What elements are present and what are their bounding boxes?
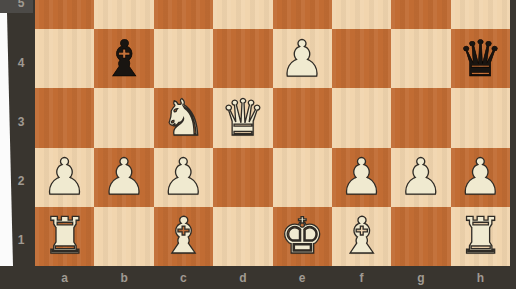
white-pawn[interactable]: ♟ [161, 149, 206, 205]
white-pawn[interactable]: ♟ [102, 149, 147, 205]
square-d1[interactable] [213, 207, 272, 266]
square-h2[interactable]: ♟ [451, 148, 510, 207]
white-bishop[interactable]: ♝ [339, 208, 384, 264]
square-c3[interactable]: ♞ [154, 88, 213, 147]
rank-label-4: 4 [7, 56, 35, 70]
square-e5[interactable] [273, 0, 332, 29]
square-f3[interactable] [332, 88, 391, 147]
square-a4[interactable] [35, 29, 94, 88]
square-d3[interactable]: ♛ [213, 88, 272, 147]
square-g4[interactable] [391, 29, 450, 88]
rank-label-5: 5 [7, 0, 35, 10]
square-g2[interactable]: ♟ [391, 148, 450, 207]
chess-app: ♝♟♛♞♛♟♟♟♟♟♟♜♝♚♝♜ 54321 abcdefgh [0, 0, 516, 289]
square-e3[interactable] [273, 88, 332, 147]
square-h4[interactable]: ♛ [451, 29, 510, 88]
white-pawn[interactable]: ♟ [42, 149, 87, 205]
rank-label-3: 3 [7, 115, 35, 129]
white-pawn[interactable]: ♟ [399, 149, 444, 205]
white-rook[interactable]: ♜ [458, 208, 503, 264]
square-b5[interactable] [94, 0, 153, 29]
white-queen[interactable]: ♛ [220, 90, 265, 146]
white-rook[interactable]: ♜ [42, 208, 87, 264]
black-queen[interactable]: ♛ [458, 31, 503, 87]
rank-label-1: 1 [7, 233, 35, 247]
board: ♝♟♛♞♛♟♟♟♟♟♟♜♝♚♝♜ [35, 0, 510, 266]
file-label-c: c [154, 271, 213, 285]
square-a2[interactable]: ♟ [35, 148, 94, 207]
square-a5[interactable] [35, 0, 94, 29]
white-pawn[interactable]: ♟ [458, 149, 503, 205]
file-label-e: e [273, 271, 332, 285]
file-label-h: h [451, 271, 510, 285]
square-g5[interactable] [391, 0, 450, 29]
square-f5[interactable] [332, 0, 391, 29]
square-b3[interactable] [94, 88, 153, 147]
square-a3[interactable] [35, 88, 94, 147]
black-bishop[interactable]: ♝ [102, 31, 147, 87]
square-d4[interactable] [213, 29, 272, 88]
square-c5[interactable] [154, 0, 213, 29]
square-f2[interactable]: ♟ [332, 148, 391, 207]
white-bishop[interactable]: ♝ [161, 208, 206, 264]
square-a1[interactable]: ♜ [35, 207, 94, 266]
square-h5[interactable] [451, 0, 510, 29]
square-b2[interactable]: ♟ [94, 148, 153, 207]
square-c2[interactable]: ♟ [154, 148, 213, 207]
white-knight[interactable]: ♞ [161, 90, 206, 146]
file-label-g: g [391, 271, 450, 285]
square-e1[interactable]: ♚ [273, 207, 332, 266]
file-coordinates: abcdefgh [35, 266, 510, 289]
square-f1[interactable]: ♝ [332, 207, 391, 266]
square-b1[interactable] [94, 207, 153, 266]
square-g1[interactable] [391, 207, 450, 266]
rank-label-2: 2 [7, 174, 35, 188]
square-h3[interactable] [451, 88, 510, 147]
square-c4[interactable] [154, 29, 213, 88]
right-edge-strip [510, 0, 516, 289]
white-king[interactable]: ♚ [280, 208, 325, 264]
file-label-a: a [35, 271, 94, 285]
square-g3[interactable] [391, 88, 450, 147]
square-d2[interactable] [213, 148, 272, 207]
file-label-d: d [213, 271, 272, 285]
white-pawn[interactable]: ♟ [280, 31, 325, 87]
square-c1[interactable]: ♝ [154, 207, 213, 266]
square-e4[interactable]: ♟ [273, 29, 332, 88]
white-pawn[interactable]: ♟ [339, 149, 384, 205]
square-e2[interactable] [273, 148, 332, 207]
file-label-f: f [332, 271, 391, 285]
square-d5[interactable] [213, 0, 272, 29]
square-f4[interactable] [332, 29, 391, 88]
square-b4[interactable]: ♝ [94, 29, 153, 88]
square-h1[interactable]: ♜ [451, 207, 510, 266]
rank-coordinates: 54321 [7, 0, 35, 266]
file-label-b: b [94, 271, 153, 285]
